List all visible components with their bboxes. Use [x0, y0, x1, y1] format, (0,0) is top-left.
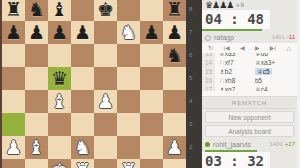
move-number: 16 — [202, 76, 215, 85]
square-g8[interactable] — [140, 0, 163, 21]
square-b5[interactable] — [25, 67, 48, 90]
rematch-button[interactable]: REMATCH — [202, 96, 297, 109]
square-b3[interactable] — [25, 113, 48, 136]
top-player-rating: 1401 — [271, 32, 284, 43]
white-pawn-a2: ♟ — [5, 136, 22, 159]
square-d3[interactable] — [71, 113, 94, 136]
white-knight-f7: ♞ — [120, 21, 137, 44]
next-move-icon[interactable]: ▶ — [255, 44, 260, 53]
square-e4[interactable]: ♟ — [94, 90, 117, 113]
rank-coord-7: 7 — [189, 29, 201, 35]
rank-coord-1: 1 — [189, 167, 201, 168]
move-row-14: 14♘xf7♕xa3+ — [202, 58, 297, 67]
square-h3[interactable] — [163, 113, 186, 136]
square-f8[interactable] — [117, 0, 140, 21]
square-a8[interactable]: ♜ — [2, 0, 25, 21]
white-move[interactable]: ♗xg7 — [215, 85, 253, 91]
square-f6[interactable] — [117, 44, 140, 67]
square-h8[interactable]: ♜ — [163, 0, 186, 21]
square-c2[interactable] — [48, 136, 71, 159]
current-move[interactable]: ♕c5 — [255, 68, 272, 75]
square-c1[interactable]: ♚ — [48, 159, 71, 168]
square-h2[interactable]: ♟ — [163, 136, 186, 159]
square-d4[interactable] — [71, 90, 94, 113]
square-f4[interactable] — [117, 90, 140, 113]
square-g6[interactable] — [140, 44, 163, 67]
black-pawn-b7: ♟ — [28, 21, 45, 44]
prev-move-icon[interactable]: ◀ — [240, 44, 245, 53]
black-rook-h8: ♜ — [166, 0, 183, 21]
top-player-rating-change: -11 — [287, 32, 295, 43]
rank-coord-3: 3 — [189, 121, 201, 127]
white-move[interactable]: ♗b2 — [215, 67, 253, 76]
replay-toolbar: ↻|◀◀▶▶|△ — [202, 44, 297, 53]
square-h6[interactable]: ♞ — [163, 44, 186, 67]
square-d5[interactable] — [71, 67, 94, 90]
square-h4[interactable] — [163, 90, 186, 113]
square-a2[interactable]: ♟ — [2, 136, 25, 159]
black-bishop-c8: ♝ — [51, 0, 68, 21]
offline-dot-icon — [205, 35, 211, 41]
black-move[interactable]: ♕c4 — [253, 85, 297, 91]
square-h7[interactable]: ♟ — [163, 21, 186, 44]
square-e7[interactable] — [94, 21, 117, 44]
first-move-icon[interactable]: |◀ — [223, 44, 229, 53]
new-opponent-button[interactable]: New opponent — [205, 111, 294, 123]
square-f1[interactable]: ♜ — [117, 159, 140, 168]
captured-pieces-row: ♛♟♟♟+9 — [205, 0, 244, 10]
white-pawn-h2: ♟ — [166, 136, 183, 159]
black-pawn-d7: ♟ — [74, 21, 91, 44]
square-a4[interactable] — [2, 90, 25, 113]
material-advantage: +9 — [235, 1, 244, 8]
square-e2[interactable] — [94, 136, 117, 159]
square-f3[interactable] — [117, 113, 140, 136]
square-c6[interactable] — [48, 44, 71, 67]
captured-pieces: ♛♟♟♟ — [205, 0, 233, 10]
black-pawn-h7: ♟ — [166, 21, 183, 44]
square-a6[interactable] — [2, 44, 25, 67]
square-h5[interactable] — [163, 67, 186, 90]
square-e3[interactable] — [94, 113, 117, 136]
rank-coord-2: 2 — [189, 144, 201, 150]
bottom-player-name[interactable]: rohit_jaarvis — [213, 139, 269, 150]
square-f2[interactable] — [117, 136, 140, 159]
square-b1[interactable] — [25, 159, 48, 168]
square-c8[interactable]: ♝ — [48, 0, 71, 21]
black-move[interactable]: ♕c5 — [253, 67, 297, 76]
rank-coord-6: 6 — [189, 52, 201, 58]
top-player-clock: 04 : 48 — [202, 10, 270, 29]
square-d1[interactable]: ♜ — [71, 159, 94, 168]
move-number: 17 — [202, 85, 215, 91]
top-player-row[interactable]: rafagp 1401 -11 — [202, 32, 297, 43]
white-rook-f1: ♜ — [120, 159, 137, 168]
square-g1[interactable] — [140, 159, 163, 168]
replay-icon[interactable]: ↻ — [208, 44, 213, 53]
square-a3[interactable] — [2, 113, 25, 136]
square-e1[interactable] — [94, 159, 117, 168]
online-dot-icon — [205, 142, 210, 147]
top-clock-bar — [202, 29, 262, 31]
move-row-16: 16♘xh8b5 — [202, 76, 297, 85]
black-queen-c5: ♛ — [51, 67, 68, 90]
square-b4[interactable] — [25, 90, 48, 113]
square-e6[interactable] — [94, 44, 117, 67]
bottom-player-clock: 03 : 32 — [202, 152, 270, 168]
square-b8[interactable]: ♞ — [25, 0, 48, 21]
scrollbar-strip[interactable] — [297, 0, 300, 168]
square-c7[interactable]: ♟ — [48, 21, 71, 44]
square-d6[interactable] — [71, 44, 94, 67]
square-g2[interactable] — [140, 136, 163, 159]
square-b6[interactable] — [25, 44, 48, 67]
move-list[interactable]: 13♕xa3♕d614♘xf7♕xa3+15♗b2♕c516♘xh8b517♗x… — [202, 53, 297, 91]
bottom-player-row[interactable]: rohit_jaarvis 1401 +17 — [202, 139, 297, 150]
black-king-e8: ♚ — [97, 0, 114, 21]
square-h1[interactable] — [163, 159, 186, 168]
square-d8[interactable] — [71, 0, 94, 21]
square-g4[interactable] — [140, 90, 163, 113]
square-b2[interactable]: ♝ — [25, 136, 48, 159]
black-pawn-c7: ♟ — [51, 21, 68, 44]
square-g7[interactable]: ♟ — [140, 21, 163, 44]
white-move[interactable]: ♘xh8 — [215, 76, 253, 85]
black-pawn-a7: ♟ — [5, 21, 22, 44]
chess-board: ♜♞♝♚♜♟♟♟♟♞♟♟♞♛♝♟♟♝♞♟♚♜♜ — [2, 0, 186, 168]
square-a5[interactable] — [2, 67, 25, 90]
white-pawn-e4: ♟ — [97, 90, 114, 113]
square-f7[interactable]: ♞ — [117, 21, 140, 44]
square-c4[interactable]: ♝ — [48, 90, 71, 113]
square-e8[interactable]: ♚ — [94, 0, 117, 21]
side-panel: ♛♟♟♟+9 04 : 48 rafagp 1401 -11 ↻|◀◀▶▶|△ … — [202, 0, 300, 168]
black-pawn-g7: ♟ — [143, 21, 160, 44]
square-b7[interactable]: ♟ — [25, 21, 48, 44]
bottom-player-rating-change: +17 — [285, 139, 295, 150]
black-move[interactable]: ♕xa3+ — [253, 58, 297, 67]
white-move[interactable]: ♘xf7 — [215, 58, 253, 67]
analysis-board-button[interactable]: Analysis board — [205, 125, 294, 137]
black-rook-a8: ♜ — [5, 0, 22, 21]
square-d2[interactable]: ♞ — [71, 136, 94, 159]
bottom-player-rating: 1401 — [269, 139, 282, 150]
game-screen: ♜♞♝♚♜♟♟♟♟♞♟♟♞♛♝♟♟♝♞♟♚♜♜ 87654321 ♛♟♟♟+9 … — [0, 0, 300, 168]
square-f5[interactable] — [117, 67, 140, 90]
move-number: 14 — [202, 58, 215, 67]
move-number: 15 — [202, 67, 215, 76]
black-knight-b8: ♞ — [28, 0, 45, 21]
rank-coord-5: 5 — [189, 75, 201, 81]
white-bishop-c4: ♝ — [51, 90, 68, 113]
black-knight-h6: ♞ — [166, 44, 183, 67]
square-e5[interactable] — [94, 67, 117, 90]
white-bishop-b2: ♝ — [28, 136, 45, 159]
square-a7[interactable]: ♟ — [2, 21, 25, 44]
black-move[interactable]: b5 — [253, 76, 297, 85]
analysis-icon[interactable]: △ — [286, 44, 291, 53]
white-rook-d1: ♜ — [74, 159, 91, 168]
square-d7[interactable]: ♟ — [71, 21, 94, 44]
move-row-17: 17♗xg7♕c4 — [202, 85, 297, 91]
rank-coord-4: 4 — [189, 98, 201, 104]
last-move-icon[interactable]: ▶| — [270, 44, 276, 53]
square-c3[interactable] — [48, 113, 71, 136]
white-knight-d2: ♞ — [74, 136, 91, 159]
square-c5[interactable]: ♛ — [48, 67, 71, 90]
square-g5[interactable] — [140, 67, 163, 90]
square-a1[interactable] — [2, 159, 25, 168]
white-king-c1: ♚ — [51, 159, 68, 168]
square-g3[interactable] — [140, 113, 163, 136]
top-player-name[interactable]: rafagp — [214, 32, 271, 43]
move-row-15: 15♗b2♕c5 — [202, 67, 297, 76]
rank-coord-8: 8 — [189, 6, 201, 12]
